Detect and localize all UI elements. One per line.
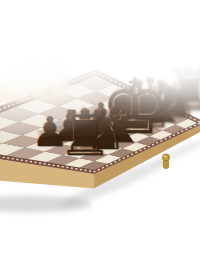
piece-dark-rook-h8: ♜♜ [57, 103, 113, 165]
piece-reflection: ♟ [0, 89, 16, 103]
pieces-layer: ♜♜♞♞♝♝♚♚♛♛♝♝♞♞♜♜♟♟♟♟♟♟♟♟♟♟♟♟♟♟♟♟♟♟♝♝♟♟♚♚… [0, 0, 200, 280]
piece-light-pawn-f2: ♟♟ [0, 76, 16, 108]
piece-reflection: ♜ [57, 128, 113, 156]
chess-set-photo: ♜♜♞♞♝♝♚♚♛♛♝♝♞♞♜♜♟♟♟♟♟♟♟♟♟♟♟♟♟♟♟♟♟♟♝♝♟♟♚♚… [0, 0, 200, 280]
